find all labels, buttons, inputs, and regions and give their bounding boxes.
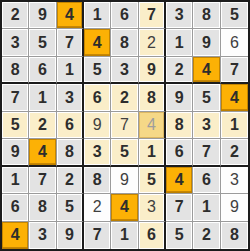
cell-r4c5[interactable]: 2 (111, 84, 138, 111)
cell-r7c2[interactable]: 7 (29, 167, 56, 194)
cell-r2c3[interactable]: 7 (57, 29, 84, 56)
cell-r1c1[interactable]: 2 (2, 2, 29, 29)
cell-r9c3[interactable]: 9 (57, 222, 84, 249)
cell-r5c7[interactable]: 8 (166, 112, 193, 139)
cell-r7c8[interactable]: 6 (193, 167, 220, 194)
cell-r4c7[interactable]: 9 (166, 84, 193, 111)
cell-r1c4[interactable]: 1 (84, 2, 111, 29)
cell-r2c1[interactable]: 3 (2, 29, 29, 56)
cell-r2c2[interactable]: 5 (29, 29, 56, 56)
cell-r5c5[interactable]: 7 (111, 112, 138, 139)
cell-r6c9[interactable]: 2 (221, 139, 248, 166)
cell-r1c3[interactable]: 4 (57, 2, 84, 29)
cell-r9c2[interactable]: 3 (29, 222, 56, 249)
sudoku-board: 2941673853574821968615392477136289545269… (0, 0, 250, 251)
cell-r8c4[interactable]: 2 (84, 194, 111, 221)
cell-r3c7[interactable]: 2 (166, 57, 193, 84)
cell-r8c3[interactable]: 5 (57, 194, 84, 221)
cell-r6c3[interactable]: 8 (57, 139, 84, 166)
cell-r3c9[interactable]: 7 (221, 57, 248, 84)
cell-r3c8[interactable]: 4 (193, 57, 220, 84)
cell-r8c8[interactable]: 1 (193, 194, 220, 221)
cell-r7c9[interactable]: 3 (221, 167, 248, 194)
cell-r2c5[interactable]: 8 (111, 29, 138, 56)
cell-r2c4[interactable]: 4 (84, 29, 111, 56)
cell-r6c6[interactable]: 1 (139, 139, 166, 166)
cell-r3c5[interactable]: 3 (111, 57, 138, 84)
cell-r6c4[interactable]: 3 (84, 139, 111, 166)
cell-r6c5[interactable]: 5 (111, 139, 138, 166)
cell-r1c8[interactable]: 8 (193, 2, 220, 29)
cell-r8c1[interactable]: 6 (2, 194, 29, 221)
cell-r4c2[interactable]: 1 (29, 84, 56, 111)
cell-r3c3[interactable]: 1 (57, 57, 84, 84)
cell-r3c6[interactable]: 9 (139, 57, 166, 84)
cell-r7c1[interactable]: 1 (2, 167, 29, 194)
cell-r4c4[interactable]: 6 (84, 84, 111, 111)
cell-r2c7[interactable]: 1 (166, 29, 193, 56)
cell-r5c6[interactable]: 4 (139, 112, 166, 139)
cell-r5c3[interactable]: 6 (57, 112, 84, 139)
cell-r7c5[interactable]: 9 (111, 167, 138, 194)
cell-r7c7[interactable]: 4 (166, 167, 193, 194)
cell-r4c3[interactable]: 3 (57, 84, 84, 111)
cell-r9c8[interactable]: 2 (193, 222, 220, 249)
cell-r7c3[interactable]: 2 (57, 167, 84, 194)
cell-r5c2[interactable]: 2 (29, 112, 56, 139)
cell-r5c8[interactable]: 3 (193, 112, 220, 139)
cell-r7c4[interactable]: 8 (84, 167, 111, 194)
cell-r3c1[interactable]: 8 (2, 57, 29, 84)
cell-r1c6[interactable]: 7 (139, 2, 166, 29)
cell-r6c8[interactable]: 7 (193, 139, 220, 166)
cell-r1c9[interactable]: 5 (221, 2, 248, 29)
cell-r4c6[interactable]: 8 (139, 84, 166, 111)
cell-r9c1[interactable]: 4 (2, 222, 29, 249)
cell-r9c5[interactable]: 1 (111, 222, 138, 249)
cell-r8c6[interactable]: 3 (139, 194, 166, 221)
cell-r3c4[interactable]: 5 (84, 57, 111, 84)
cell-r5c4[interactable]: 9 (84, 112, 111, 139)
cell-r4c9[interactable]: 4 (221, 84, 248, 111)
cell-r4c8[interactable]: 5 (193, 84, 220, 111)
cell-r9c4[interactable]: 7 (84, 222, 111, 249)
cell-r6c1[interactable]: 9 (2, 139, 29, 166)
cell-r3c2[interactable]: 6 (29, 57, 56, 84)
cell-r8c5[interactable]: 4 (111, 194, 138, 221)
cell-r9c7[interactable]: 5 (166, 222, 193, 249)
cell-r2c6[interactable]: 2 (139, 29, 166, 56)
cell-r2c8[interactable]: 9 (193, 29, 220, 56)
cell-r1c7[interactable]: 3 (166, 2, 193, 29)
cell-r2c9[interactable]: 6 (221, 29, 248, 56)
cell-r8c7[interactable]: 7 (166, 194, 193, 221)
cell-r9c6[interactable]: 6 (139, 222, 166, 249)
cell-r6c7[interactable]: 6 (166, 139, 193, 166)
cell-r4c1[interactable]: 7 (2, 84, 29, 111)
cell-r6c2[interactable]: 4 (29, 139, 56, 166)
cell-r1c2[interactable]: 9 (29, 2, 56, 29)
cell-r5c9[interactable]: 1 (221, 112, 248, 139)
cell-r8c2[interactable]: 8 (29, 194, 56, 221)
cell-r1c5[interactable]: 6 (111, 2, 138, 29)
cell-r7c6[interactable]: 5 (139, 167, 166, 194)
cell-r5c1[interactable]: 5 (2, 112, 29, 139)
cell-r9c9[interactable]: 8 (221, 222, 248, 249)
cell-r8c9[interactable]: 9 (221, 194, 248, 221)
